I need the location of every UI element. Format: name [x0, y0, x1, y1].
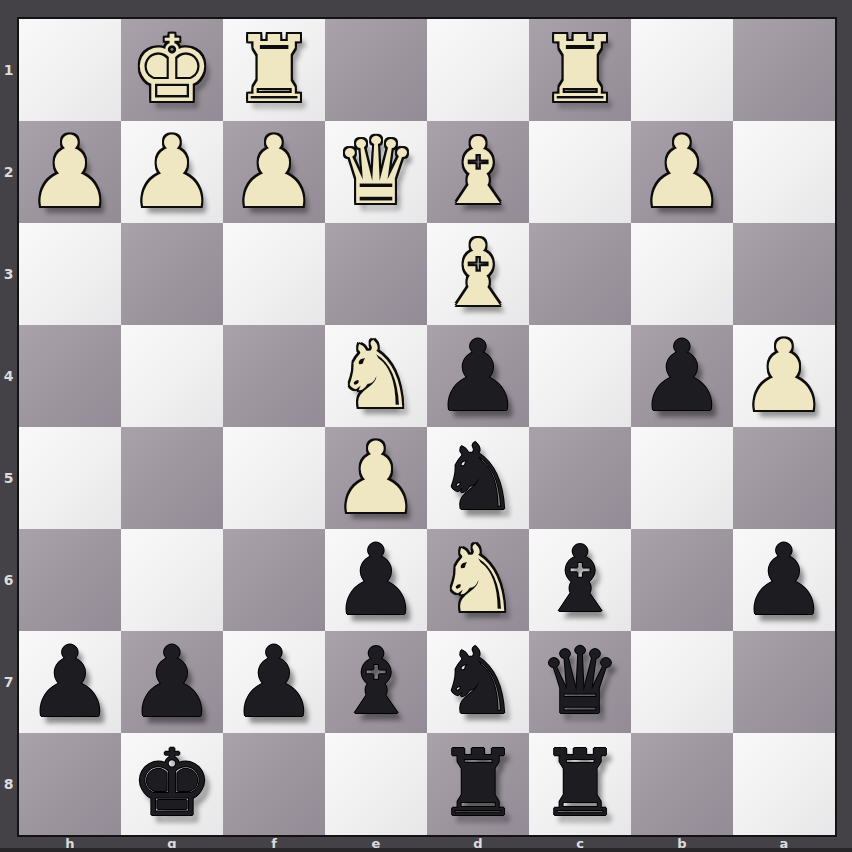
square-e4[interactable]: ♞: [325, 325, 427, 427]
square-e5[interactable]: ♟: [325, 427, 427, 529]
square-b4[interactable]: ♟: [631, 325, 733, 427]
square-a7[interactable]: [733, 631, 835, 733]
square-c5[interactable]: [529, 427, 631, 529]
square-c1[interactable]: ♜: [529, 19, 631, 121]
square-b5[interactable]: [631, 427, 733, 529]
square-a8[interactable]: [733, 733, 835, 835]
square-g1[interactable]: ♚: [121, 19, 223, 121]
square-g5[interactable]: [121, 427, 223, 529]
black-knight[interactable]: ♞: [437, 427, 519, 529]
white-pawn[interactable]: ♟: [26, 121, 114, 223]
square-e2[interactable]: ♛: [325, 121, 427, 223]
white-knight[interactable]: ♞: [437, 529, 519, 631]
square-f6[interactable]: [223, 529, 325, 631]
square-b6[interactable]: [631, 529, 733, 631]
square-b1[interactable]: [631, 19, 733, 121]
square-d8[interactable]: ♜: [427, 733, 529, 835]
black-pawn[interactable]: ♟: [638, 325, 726, 427]
square-g3[interactable]: [121, 223, 223, 325]
square-c7[interactable]: ♛: [529, 631, 631, 733]
white-pawn[interactable]: ♟: [332, 427, 420, 529]
rank-label-7: 7: [0, 631, 17, 733]
square-b3[interactable]: [631, 223, 733, 325]
square-e6[interactable]: ♟: [325, 529, 427, 631]
rank-label-6: 6: [0, 529, 17, 631]
white-queen[interactable]: ♛: [335, 121, 417, 223]
chess-board: ♚♜♜♟♟♟♛♝♟♝♞♟♟♟♟♞♟♞♝♟♟♟♟♝♞♛♚♜♜: [17, 17, 837, 837]
square-h6[interactable]: [19, 529, 121, 631]
square-h3[interactable]: [19, 223, 121, 325]
rank-label-2: 2: [0, 121, 17, 223]
square-b8[interactable]: [631, 733, 733, 835]
black-pawn[interactable]: ♟: [128, 631, 216, 733]
square-a5[interactable]: [733, 427, 835, 529]
black-bishop[interactable]: ♝: [335, 631, 417, 733]
square-a4[interactable]: ♟: [733, 325, 835, 427]
square-b2[interactable]: ♟: [631, 121, 733, 223]
square-h4[interactable]: [19, 325, 121, 427]
rank-label-4: 4: [0, 325, 17, 427]
square-c4[interactable]: [529, 325, 631, 427]
chess-app: ♚♜♜♟♟♟♛♝♟♝♞♟♟♟♟♞♟♞♝♟♟♟♟♝♞♛♚♜♜ 12345678 h…: [0, 0, 852, 852]
square-g6[interactable]: [121, 529, 223, 631]
square-c8[interactable]: ♜: [529, 733, 631, 835]
square-g4[interactable]: [121, 325, 223, 427]
rank-label-3: 3: [0, 223, 17, 325]
square-a6[interactable]: ♟: [733, 529, 835, 631]
square-h1[interactable]: [19, 19, 121, 121]
square-g2[interactable]: ♟: [121, 121, 223, 223]
black-rook[interactable]: ♜: [539, 733, 621, 835]
black-knight[interactable]: ♞: [437, 631, 519, 733]
white-bishop[interactable]: ♝: [437, 223, 519, 325]
black-rook[interactable]: ♜: [437, 733, 519, 835]
white-knight[interactable]: ♞: [335, 325, 417, 427]
square-g7[interactable]: ♟: [121, 631, 223, 733]
rank-label-1: 1: [0, 19, 17, 121]
square-a3[interactable]: [733, 223, 835, 325]
white-pawn[interactable]: ♟: [128, 121, 216, 223]
square-e7[interactable]: ♝: [325, 631, 427, 733]
square-f2[interactable]: ♟: [223, 121, 325, 223]
black-bishop[interactable]: ♝: [539, 529, 621, 631]
square-a2[interactable]: [733, 121, 835, 223]
square-f4[interactable]: [223, 325, 325, 427]
square-d5[interactable]: ♞: [427, 427, 529, 529]
square-f3[interactable]: [223, 223, 325, 325]
square-d4[interactable]: ♟: [427, 325, 529, 427]
square-b7[interactable]: [631, 631, 733, 733]
square-d1[interactable]: [427, 19, 529, 121]
square-f8[interactable]: [223, 733, 325, 835]
black-pawn[interactable]: ♟: [740, 529, 828, 631]
square-c6[interactable]: ♝: [529, 529, 631, 631]
white-pawn[interactable]: ♟: [638, 121, 726, 223]
square-c2[interactable]: [529, 121, 631, 223]
black-pawn[interactable]: ♟: [230, 631, 318, 733]
square-f5[interactable]: [223, 427, 325, 529]
square-h8[interactable]: [19, 733, 121, 835]
square-h5[interactable]: [19, 427, 121, 529]
rank-label-5: 5: [0, 427, 17, 529]
white-bishop[interactable]: ♝: [437, 121, 519, 223]
black-pawn[interactable]: ♟: [434, 325, 522, 427]
black-pawn[interactable]: ♟: [26, 631, 114, 733]
square-d3[interactable]: ♝: [427, 223, 529, 325]
square-d6[interactable]: ♞: [427, 529, 529, 631]
white-pawn[interactable]: ♟: [230, 121, 318, 223]
square-e3[interactable]: [325, 223, 427, 325]
square-d7[interactable]: ♞: [427, 631, 529, 733]
square-h7[interactable]: ♟: [19, 631, 121, 733]
square-e8[interactable]: [325, 733, 427, 835]
black-queen[interactable]: ♛: [539, 631, 621, 733]
white-rook[interactable]: ♜: [539, 19, 621, 121]
white-rook[interactable]: ♜: [233, 19, 315, 121]
square-f7[interactable]: ♟: [223, 631, 325, 733]
square-c3[interactable]: [529, 223, 631, 325]
white-pawn[interactable]: ♟: [740, 325, 828, 427]
square-a1[interactable]: [733, 19, 835, 121]
square-d2[interactable]: ♝: [427, 121, 529, 223]
black-king[interactable]: ♚: [131, 733, 213, 835]
square-e1[interactable]: [325, 19, 427, 121]
black-pawn[interactable]: ♟: [332, 529, 420, 631]
square-g8[interactable]: ♚: [121, 733, 223, 835]
rank-label-8: 8: [0, 733, 17, 835]
frame-bottom-edge: [0, 848, 852, 852]
square-f1[interactable]: ♜: [223, 19, 325, 121]
white-king[interactable]: ♚: [131, 19, 213, 121]
square-h2[interactable]: ♟: [19, 121, 121, 223]
